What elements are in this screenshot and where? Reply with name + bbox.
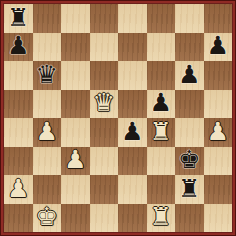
square-e7[interactable] bbox=[118, 33, 147, 62]
square-d8[interactable] bbox=[90, 4, 119, 33]
piece-white-rook[interactable]: ♜ bbox=[150, 204, 172, 229]
piece-black-pawn[interactable]: ♟ bbox=[178, 62, 200, 87]
square-d7[interactable] bbox=[90, 33, 119, 62]
piece-white-pawn[interactable]: ♟ bbox=[7, 176, 29, 201]
chess-board: ♜♟♟♛♟♛♟♟♟♜♟♟♚♟♜♚♜ bbox=[4, 4, 232, 232]
square-f2[interactable] bbox=[147, 175, 176, 204]
square-c4[interactable] bbox=[61, 118, 90, 147]
square-a7[interactable]: ♟ bbox=[4, 33, 33, 62]
square-g4[interactable] bbox=[175, 118, 204, 147]
square-g8[interactable] bbox=[175, 4, 204, 33]
square-h8[interactable] bbox=[204, 4, 233, 33]
square-e2[interactable] bbox=[118, 175, 147, 204]
square-b8[interactable] bbox=[33, 4, 62, 33]
piece-black-rook[interactable]: ♜ bbox=[7, 5, 29, 30]
square-c2[interactable] bbox=[61, 175, 90, 204]
square-g6[interactable]: ♟ bbox=[175, 61, 204, 90]
square-g2[interactable]: ♜ bbox=[175, 175, 204, 204]
piece-black-pawn[interactable]: ♟ bbox=[7, 33, 29, 58]
piece-black-pawn[interactable]: ♟ bbox=[121, 119, 143, 144]
square-b4[interactable]: ♟ bbox=[33, 118, 62, 147]
square-f8[interactable] bbox=[147, 4, 176, 33]
square-c6[interactable] bbox=[61, 61, 90, 90]
piece-black-pawn[interactable]: ♟ bbox=[207, 33, 229, 58]
square-b7[interactable] bbox=[33, 33, 62, 62]
square-c7[interactable] bbox=[61, 33, 90, 62]
piece-white-king[interactable]: ♚ bbox=[36, 204, 58, 229]
square-d6[interactable] bbox=[90, 61, 119, 90]
square-a3[interactable] bbox=[4, 147, 33, 176]
square-a5[interactable] bbox=[4, 90, 33, 119]
piece-white-pawn[interactable]: ♟ bbox=[207, 119, 229, 144]
piece-black-queen[interactable]: ♛ bbox=[36, 62, 58, 87]
square-e4[interactable]: ♟ bbox=[118, 118, 147, 147]
square-h1[interactable] bbox=[204, 204, 233, 233]
square-d5[interactable]: ♛ bbox=[90, 90, 119, 119]
square-a8[interactable]: ♜ bbox=[4, 4, 33, 33]
square-d3[interactable] bbox=[90, 147, 119, 176]
square-d4[interactable] bbox=[90, 118, 119, 147]
square-e1[interactable] bbox=[118, 204, 147, 233]
square-e5[interactable] bbox=[118, 90, 147, 119]
square-h6[interactable] bbox=[204, 61, 233, 90]
square-a4[interactable] bbox=[4, 118, 33, 147]
square-c3[interactable]: ♟ bbox=[61, 147, 90, 176]
square-f5[interactable]: ♟ bbox=[147, 90, 176, 119]
square-g3[interactable]: ♚ bbox=[175, 147, 204, 176]
piece-black-pawn[interactable]: ♟ bbox=[150, 90, 172, 115]
square-e6[interactable] bbox=[118, 61, 147, 90]
square-b2[interactable] bbox=[33, 175, 62, 204]
square-c8[interactable] bbox=[61, 4, 90, 33]
square-h5[interactable] bbox=[204, 90, 233, 119]
square-a2[interactable]: ♟ bbox=[4, 175, 33, 204]
square-h3[interactable] bbox=[204, 147, 233, 176]
piece-black-rook[interactable]: ♜ bbox=[178, 176, 200, 201]
piece-white-pawn[interactable]: ♟ bbox=[64, 147, 86, 172]
piece-white-queen[interactable]: ♛ bbox=[93, 90, 115, 115]
square-g5[interactable] bbox=[175, 90, 204, 119]
piece-black-king[interactable]: ♚ bbox=[178, 147, 200, 172]
square-f3[interactable] bbox=[147, 147, 176, 176]
square-e3[interactable] bbox=[118, 147, 147, 176]
square-a6[interactable] bbox=[4, 61, 33, 90]
square-b1[interactable]: ♚ bbox=[33, 204, 62, 233]
square-d2[interactable] bbox=[90, 175, 119, 204]
square-b3[interactable] bbox=[33, 147, 62, 176]
square-a1[interactable] bbox=[4, 204, 33, 233]
piece-white-rook[interactable]: ♜ bbox=[150, 119, 172, 144]
square-f6[interactable] bbox=[147, 61, 176, 90]
square-f7[interactable] bbox=[147, 33, 176, 62]
square-h7[interactable]: ♟ bbox=[204, 33, 233, 62]
square-g7[interactable] bbox=[175, 33, 204, 62]
square-b6[interactable]: ♛ bbox=[33, 61, 62, 90]
square-c5[interactable] bbox=[61, 90, 90, 119]
square-h2[interactable] bbox=[204, 175, 233, 204]
square-g1[interactable] bbox=[175, 204, 204, 233]
square-h4[interactable]: ♟ bbox=[204, 118, 233, 147]
board-frame: ♜♟♟♛♟♛♟♟♟♜♟♟♚♟♜♚♜ bbox=[0, 0, 236, 236]
square-d1[interactable] bbox=[90, 204, 119, 233]
square-c1[interactable] bbox=[61, 204, 90, 233]
square-b5[interactable] bbox=[33, 90, 62, 119]
square-f1[interactable]: ♜ bbox=[147, 204, 176, 233]
square-e8[interactable] bbox=[118, 4, 147, 33]
square-f4[interactable]: ♜ bbox=[147, 118, 176, 147]
piece-white-pawn[interactable]: ♟ bbox=[36, 119, 58, 144]
